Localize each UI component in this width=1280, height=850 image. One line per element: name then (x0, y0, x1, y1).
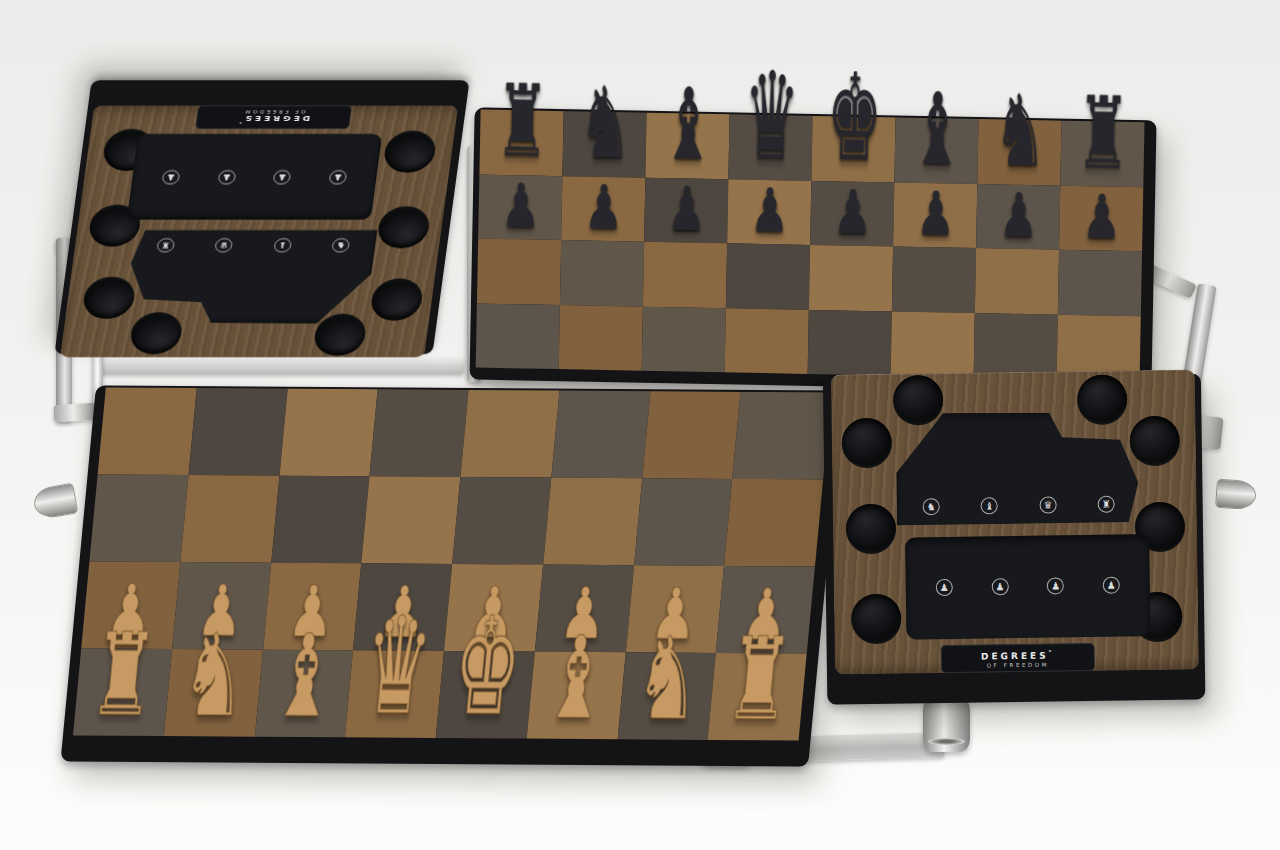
pawn-compartment: ♟♟♟♟ (127, 134, 383, 220)
knight-slot-icon: ♞ (923, 498, 940, 515)
square-a7[interactable]: ♟ (478, 174, 562, 240)
square-g4[interactable] (642, 391, 741, 479)
rook-slot-icon: ♜ (1098, 496, 1115, 513)
piece-black-bishop[interactable]: ♝ (909, 80, 964, 180)
brand-name: DEGREES° (981, 648, 1055, 661)
piece-black-pawn[interactable]: ♟ (583, 177, 623, 238)
pawn-slot-icon: ♟ (991, 578, 1008, 595)
square-a4[interactable] (98, 387, 197, 475)
square-e4[interactable] (460, 390, 559, 478)
piece-black-queen[interactable]: ♛ (742, 56, 800, 177)
major-piece-compartment: ♞♝♛♜ (895, 408, 1149, 528)
knight-slot-icon: ♞ (331, 238, 350, 252)
piece-tray-black-side: ♞♝♛♜♟♟♟♟DEGREES°OF FREEDOM (60, 92, 460, 357)
square-c7[interactable]: ♟ (644, 177, 728, 243)
locking-pin (1215, 479, 1257, 511)
pawn-slot-icon: ♟ (273, 170, 292, 184)
square-d6[interactable] (726, 243, 810, 309)
piece-black-pawn[interactable]: ♟ (500, 175, 540, 236)
brand-subname: OF FREEDOM (987, 661, 1050, 668)
tray-face: ♞♝♛♜♟♟♟♟DEGREES°OF FREEDOM (831, 369, 1199, 674)
round-piece-recess (369, 278, 425, 320)
square-c6[interactable] (643, 242, 727, 308)
square-a5[interactable] (476, 303, 560, 369)
piece-black-bishop[interactable]: ♝ (660, 76, 715, 176)
square-d8[interactable]: ♛ (728, 114, 812, 180)
square-g1[interactable]: ♞ (617, 652, 716, 740)
piece-black-knight[interactable]: ♞ (992, 82, 1047, 182)
pawn-slot-icon: ♟ (328, 170, 347, 184)
square-g8[interactable]: ♞ (977, 119, 1061, 185)
square-d4[interactable] (370, 389, 469, 477)
round-piece-recess (841, 418, 892, 469)
queen-slot-icon: ♛ (1039, 496, 1056, 513)
product-photo-scene: ♜♞♝♛♚♝♞♜♟♟♟♟♟♟♟♟ ♟♟♟♟♟♟♟♟♜♞♝♛♚♝♞♜ ♞♝♛♜♟♟… (0, 0, 1280, 850)
board-half-black: ♜♞♝♛♚♝♞♜♟♟♟♟♟♟♟♟ (467, 101, 1162, 400)
square-f8[interactable]: ♝ (894, 118, 978, 184)
piece-black-rook[interactable]: ♜ (494, 72, 549, 172)
square-a8[interactable]: ♜ (479, 110, 563, 176)
square-f4[interactable] (551, 391, 650, 479)
piece-white-knight[interactable]: ♞ (177, 619, 252, 733)
pawn-slot-icon: ♟ (217, 170, 236, 184)
square-b7[interactable]: ♟ (561, 176, 645, 242)
round-piece-recess (1077, 374, 1128, 425)
board-half-white: ♟♟♟♟♟♟♟♟♜♞♝♛♚♝♞♜ (60, 383, 846, 774)
square-f3[interactable] (543, 478, 642, 566)
square-h6[interactable] (1058, 250, 1142, 316)
locking-pin (32, 483, 79, 521)
piece-white-king[interactable]: ♚ (448, 601, 527, 736)
chessboard-ranks-4-to-1: ♟♟♟♟♟♟♟♟♜♞♝♛♚♝♞♜ (73, 387, 831, 740)
square-a1[interactable]: ♜ (73, 648, 172, 736)
piece-white-knight[interactable]: ♞ (630, 622, 705, 736)
square-c8[interactable]: ♝ (645, 113, 729, 179)
queen-slot-icon: ♛ (215, 238, 234, 252)
piece-black-pawn[interactable]: ♟ (666, 178, 706, 239)
square-h3[interactable] (724, 479, 823, 567)
piece-white-rook[interactable]: ♜ (86, 619, 161, 733)
left-handle-foot (54, 403, 97, 422)
brand-subname: OF FREEDOM (243, 109, 306, 114)
square-e8[interactable]: ♚ (811, 116, 895, 182)
piece-white-rook[interactable]: ♜ (721, 623, 796, 737)
piece-black-pawn[interactable]: ♟ (749, 180, 789, 241)
square-e3[interactable] (452, 477, 551, 565)
square-g3[interactable] (634, 478, 733, 566)
square-b8[interactable]: ♞ (562, 111, 646, 177)
bishop-slot-icon: ♝ (273, 238, 292, 252)
piece-white-bishop[interactable]: ♝ (268, 620, 343, 734)
brand-plate: DEGREES°OF FREEDOM (195, 105, 352, 129)
piece-black-pawn[interactable]: ♟ (915, 183, 955, 244)
piece-tray-white-side: ♞♝♛♜♟♟♟♟DEGREES°OF FREEDOM (831, 369, 1199, 690)
piece-black-pawn[interactable]: ♟ (998, 185, 1038, 246)
round-piece-recess (893, 375, 944, 426)
square-c4[interactable] (279, 389, 378, 477)
square-f7[interactable]: ♟ (893, 182, 977, 248)
bishop-slot-icon: ♝ (981, 497, 998, 514)
pawn-slot-icon: ♟ (936, 579, 953, 596)
square-e6[interactable] (809, 245, 893, 311)
square-c3[interactable] (271, 476, 370, 564)
square-b3[interactable] (180, 475, 279, 563)
brand-name: DEGREES° (236, 115, 311, 125)
square-d3[interactable] (361, 476, 460, 564)
square-d7[interactable]: ♟ (727, 179, 811, 245)
pawn-slot-icon: ♟ (161, 170, 180, 184)
square-h1[interactable]: ♜ (708, 653, 807, 741)
pawn-slot-icon: ♟ (1047, 577, 1064, 594)
round-piece-recess (81, 277, 137, 319)
round-piece-recess (382, 131, 438, 173)
square-h4[interactable] (732, 392, 831, 480)
square-d1[interactable]: ♛ (345, 650, 444, 738)
rook-slot-icon: ♜ (156, 238, 175, 252)
tray-face: ♞♝♛♜♟♟♟♟DEGREES°OF FREEDOM (60, 105, 458, 357)
square-g7[interactable]: ♟ (976, 184, 1060, 250)
square-e5[interactable] (808, 309, 892, 375)
piece-black-rook[interactable]: ♜ (1075, 84, 1130, 184)
square-f6[interactable] (892, 246, 976, 312)
square-a3[interactable] (89, 474, 188, 562)
piece-white-bishop[interactable]: ♝ (540, 622, 615, 736)
hinge-cylinder (923, 697, 970, 752)
round-piece-recess (1129, 416, 1180, 467)
brand-plate: DEGREES°OF FREEDOM (941, 643, 1095, 673)
major-piece-compartment: ♞♝♛♜ (112, 228, 377, 325)
square-g5[interactable] (974, 313, 1058, 379)
square-b4[interactable] (188, 388, 287, 476)
chessboard-ranks-8-to-5: ♜♞♝♛♚♝♞♜♟♟♟♟♟♟♟♟ (476, 110, 1145, 381)
piece-black-pawn[interactable]: ♟ (832, 182, 872, 243)
square-e1[interactable]: ♚ (436, 651, 535, 739)
piece-black-pawn[interactable]: ♟ (1081, 186, 1121, 247)
square-a6[interactable] (477, 239, 561, 305)
square-h7[interactable]: ♟ (1059, 185, 1143, 251)
round-piece-recess (851, 594, 902, 645)
pawn-slot-icon: ♟ (1103, 577, 1120, 594)
pawn-compartment: ♟♟♟♟ (905, 534, 1150, 639)
round-piece-recess (846, 504, 897, 555)
square-c5[interactable] (642, 306, 726, 372)
square-b5[interactable] (559, 305, 643, 371)
square-h8[interactable]: ♜ (1060, 121, 1144, 187)
square-b6[interactable] (560, 240, 644, 306)
square-b1[interactable]: ♞ (164, 649, 263, 737)
square-g6[interactable] (975, 248, 1059, 314)
square-c1[interactable]: ♝ (254, 650, 353, 738)
slide-rail (96, 358, 464, 374)
square-f5[interactable] (891, 311, 975, 377)
square-e7[interactable]: ♟ (810, 180, 894, 246)
piece-black-king[interactable]: ♚ (825, 57, 883, 178)
piece-white-queen[interactable]: ♛ (358, 600, 437, 735)
piece-black-knight[interactable]: ♞ (577, 74, 632, 174)
square-d5[interactable] (725, 308, 809, 374)
round-piece-recess (376, 206, 432, 248)
square-f1[interactable]: ♝ (526, 652, 625, 740)
round-piece-recess (312, 314, 368, 356)
round-piece-recess (128, 312, 184, 354)
